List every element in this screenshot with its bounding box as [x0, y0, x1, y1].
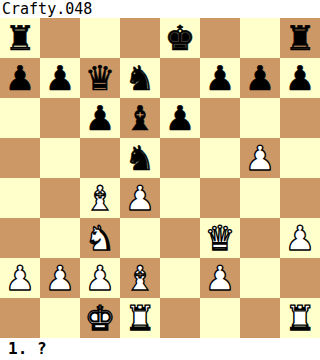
square-g6[interactable] — [240, 98, 280, 138]
black-knight-d5: ♞ — [125, 138, 155, 178]
square-f2[interactable]: ♟ — [200, 258, 240, 298]
square-b6[interactable] — [40, 98, 80, 138]
square-b1[interactable] — [40, 298, 80, 338]
square-f4[interactable] — [200, 178, 240, 218]
square-e5[interactable] — [160, 138, 200, 178]
white-pawn-h3: ♟ — [285, 218, 315, 258]
square-b8[interactable] — [40, 18, 80, 58]
square-g3[interactable] — [240, 218, 280, 258]
white-pawn-a2: ♟ — [5, 258, 35, 298]
square-a5[interactable] — [0, 138, 40, 178]
square-h3[interactable]: ♟ — [280, 218, 320, 258]
square-d3[interactable] — [120, 218, 160, 258]
square-d4[interactable]: ♟ — [120, 178, 160, 218]
square-a2[interactable]: ♟ — [0, 258, 40, 298]
square-h7[interactable]: ♟ — [280, 58, 320, 98]
square-f6[interactable] — [200, 98, 240, 138]
square-g2[interactable] — [240, 258, 280, 298]
square-e7[interactable] — [160, 58, 200, 98]
square-b4[interactable] — [40, 178, 80, 218]
square-h8[interactable]: ♜ — [280, 18, 320, 58]
white-bishop-d2: ♝ — [125, 258, 155, 298]
square-g8[interactable] — [240, 18, 280, 58]
square-d6[interactable]: ♝ — [120, 98, 160, 138]
square-d1[interactable]: ♜ — [120, 298, 160, 338]
black-pawn-b7: ♟ — [45, 58, 75, 98]
white-rook-d1: ♜ — [125, 298, 155, 338]
square-e2[interactable] — [160, 258, 200, 298]
square-c7[interactable]: ♛ — [80, 58, 120, 98]
square-f3[interactable]: ♛ — [200, 218, 240, 258]
square-a1[interactable] — [0, 298, 40, 338]
square-a7[interactable]: ♟ — [0, 58, 40, 98]
square-f1[interactable] — [200, 298, 240, 338]
black-pawn-g7: ♟ — [245, 58, 275, 98]
square-b7[interactable]: ♟ — [40, 58, 80, 98]
black-pawn-h7: ♟ — [285, 58, 315, 98]
square-a6[interactable] — [0, 98, 40, 138]
square-c6[interactable]: ♟ — [80, 98, 120, 138]
square-c2[interactable]: ♟ — [80, 258, 120, 298]
square-a8[interactable]: ♜ — [0, 18, 40, 58]
square-a3[interactable] — [0, 218, 40, 258]
black-bishop-d6: ♝ — [125, 98, 155, 138]
black-rook-h8: ♜ — [285, 18, 315, 58]
square-g7[interactable]: ♟ — [240, 58, 280, 98]
square-c4[interactable]: ♝ — [80, 178, 120, 218]
white-pawn-f2: ♟ — [205, 258, 235, 298]
square-g5[interactable]: ♟ — [240, 138, 280, 178]
white-knight-c3: ♞ — [85, 218, 115, 258]
square-h6[interactable] — [280, 98, 320, 138]
black-knight-d7: ♞ — [125, 58, 155, 98]
square-b3[interactable] — [40, 218, 80, 258]
square-h1[interactable]: ♜ — [280, 298, 320, 338]
window-title: Crafty.048 — [0, 0, 320, 18]
square-c5[interactable] — [80, 138, 120, 178]
white-pawn-c2: ♟ — [85, 258, 115, 298]
square-d2[interactable]: ♝ — [120, 258, 160, 298]
black-pawn-c6: ♟ — [85, 98, 115, 138]
black-pawn-e6: ♟ — [165, 98, 195, 138]
square-b2[interactable]: ♟ — [40, 258, 80, 298]
chess-board: ♜♚♜♟♟♛♞♟♟♟♟♝♟♞♟♝♟♞♛♟♟♟♟♝♟♚♜♜ — [0, 18, 320, 338]
square-e4[interactable] — [160, 178, 200, 218]
white-rook-h1: ♜ — [285, 298, 315, 338]
white-pawn-g5: ♟ — [245, 138, 275, 178]
white-bishop-c4: ♝ — [85, 178, 115, 218]
black-king-e8: ♚ — [165, 18, 195, 58]
square-f8[interactable] — [200, 18, 240, 58]
square-g4[interactable] — [240, 178, 280, 218]
square-a4[interactable] — [0, 178, 40, 218]
square-e8[interactable]: ♚ — [160, 18, 200, 58]
white-king-c1: ♚ — [85, 298, 115, 338]
square-b5[interactable] — [40, 138, 80, 178]
black-queen-c7: ♛ — [85, 58, 115, 98]
white-pawn-d4: ♟ — [125, 178, 155, 218]
square-h5[interactable] — [280, 138, 320, 178]
black-rook-a8: ♜ — [5, 18, 35, 58]
square-e3[interactable] — [160, 218, 200, 258]
white-pawn-b2: ♟ — [45, 258, 75, 298]
square-d7[interactable]: ♞ — [120, 58, 160, 98]
white-queen-f3: ♛ — [205, 218, 235, 258]
move-prompt: 1. ? — [0, 338, 320, 360]
square-h2[interactable] — [280, 258, 320, 298]
square-c1[interactable]: ♚ — [80, 298, 120, 338]
square-g1[interactable] — [240, 298, 280, 338]
square-e6[interactable]: ♟ — [160, 98, 200, 138]
black-pawn-f7: ♟ — [205, 58, 235, 98]
square-d8[interactable] — [120, 18, 160, 58]
square-d5[interactable]: ♞ — [120, 138, 160, 178]
square-e1[interactable] — [160, 298, 200, 338]
square-f5[interactable] — [200, 138, 240, 178]
square-h4[interactable] — [280, 178, 320, 218]
black-pawn-a7: ♟ — [5, 58, 35, 98]
square-c8[interactable] — [80, 18, 120, 58]
square-c3[interactable]: ♞ — [80, 218, 120, 258]
square-f7[interactable]: ♟ — [200, 58, 240, 98]
